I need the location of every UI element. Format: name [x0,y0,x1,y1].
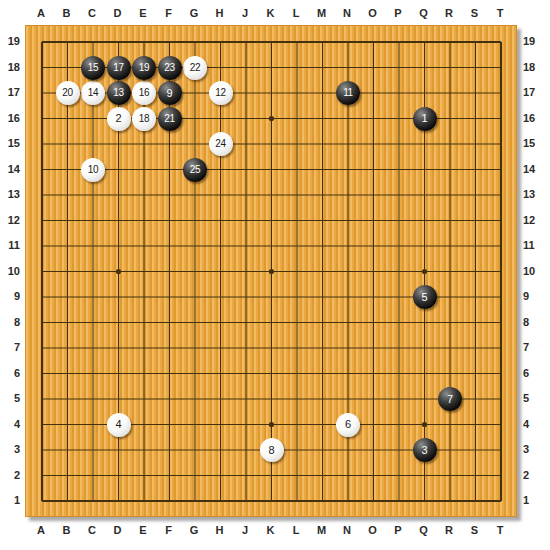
column-label: F [156,522,182,538]
column-label: B [54,522,80,538]
move-number: 1 [421,113,427,124]
move-number: 14 [88,88,98,98]
stone-black-5: 5 [413,285,437,309]
row-label: 16 [0,105,20,131]
row-label: 11 [0,232,20,258]
move-number: 25 [190,165,200,175]
column-label: Q [411,522,437,538]
stone-black-23: 23 [158,56,182,80]
move-number: 19 [139,63,149,73]
move-number: 13 [113,88,123,98]
row-label: 4 [0,411,20,437]
row-label: 14 [523,156,548,182]
stone-white-18: 18 [132,107,156,131]
column-label: R [436,522,462,538]
row-label: 3 [523,436,548,462]
column-label: K [258,522,284,538]
column-label: S [462,522,488,538]
stone-black-9: 9 [158,81,182,105]
column-label: G [181,522,207,538]
column-label: L [283,522,309,538]
move-number: 2 [115,113,121,124]
move-number: 20 [62,88,72,98]
move-number: 10 [88,165,98,175]
row-labels-right: 19181716151413121110987654321 [523,28,548,513]
column-label: A [28,522,54,538]
row-label: 6 [523,360,548,386]
column-label: S [462,5,488,21]
row-label: 12 [0,207,20,233]
move-number: 17 [113,63,123,73]
stone-black-21: 21 [158,107,182,131]
stone-black-1: 1 [413,107,437,131]
column-label: D [105,522,131,538]
row-label: 9 [523,283,548,309]
move-number: 11 [343,88,353,98]
row-label: 10 [523,258,548,284]
move-number: 7 [447,394,453,405]
stone-white-2: 2 [107,107,131,131]
row-label: 13 [0,181,20,207]
row-label: 7 [523,334,548,360]
stone-white-12: 12 [209,81,233,105]
column-label: J [232,5,258,21]
column-label: M [309,5,335,21]
move-number: 3 [421,445,427,456]
stone-white-14: 14 [81,81,105,105]
column-label: C [79,5,105,21]
move-number: 21 [164,114,174,124]
move-number: 12 [215,88,225,98]
stone-black-19: 19 [132,56,156,80]
row-label: 17 [523,79,548,105]
row-label: 15 [523,130,548,156]
column-label: L [283,5,309,21]
column-label: M [309,522,335,538]
move-number: 16 [139,88,149,98]
column-label: E [130,5,156,21]
move-number: 8 [268,445,274,456]
row-label: 9 [0,283,20,309]
column-label: G [181,5,207,21]
stone-black-13: 13 [107,81,131,105]
row-label: 5 [0,385,20,411]
row-label: 8 [523,309,548,335]
row-label: 1 [0,487,20,513]
stone-white-4: 4 [107,413,131,437]
column-label: D [105,5,131,21]
move-number: 23 [164,63,174,73]
move-number: 4 [115,419,121,430]
row-label: 18 [0,54,20,80]
row-label: 18 [523,54,548,80]
stone-white-16: 16 [132,81,156,105]
column-label: R [436,5,462,21]
column-label: C [79,522,105,538]
stone-white-10: 10 [81,158,105,182]
stone-black-7: 7 [438,387,462,411]
column-label: O [360,5,386,21]
column-label: N [334,522,360,538]
move-number: 18 [139,114,149,124]
row-label: 14 [0,156,20,182]
column-label: O [360,522,386,538]
column-labels-bottom: ABCDEFGHJKLMNOPQRST [28,522,513,538]
go-board-diagram: ABCDEFGHJKLMNOPQRST ABCDEFGHJKLMNOPQRST … [0,0,550,550]
move-number: 9 [166,88,172,99]
row-label: 4 [523,411,548,437]
row-label: 16 [523,105,548,131]
column-label: T [487,522,513,538]
row-label: 12 [523,207,548,233]
stone-white-22: 22 [183,56,207,80]
row-label: 2 [523,462,548,488]
go-board[interactable]: 1234567891011121314151617181920212223242… [25,25,517,517]
column-label: H [207,522,233,538]
row-label: 7 [0,334,20,360]
row-label: 13 [523,181,548,207]
row-label: 6 [0,360,20,386]
stone-black-11: 11 [336,81,360,105]
column-label: F [156,5,182,21]
row-label: 5 [523,385,548,411]
column-labels-top: ABCDEFGHJKLMNOPQRST [28,5,513,21]
stone-white-6: 6 [336,413,360,437]
column-label: B [54,5,80,21]
column-label: N [334,5,360,21]
column-label: K [258,5,284,21]
row-labels-left: 19181716151413121110987654321 [0,28,20,513]
column-label: A [28,5,54,21]
row-label: 11 [523,232,548,258]
stone-white-8: 8 [260,438,284,462]
row-label: 2 [0,462,20,488]
column-label: J [232,522,258,538]
column-label: Q [411,5,437,21]
move-number: 22 [190,63,200,73]
stone-black-15: 15 [81,56,105,80]
stone-grid[interactable]: 1234567891011121314151617181920212223242… [29,29,514,514]
row-label: 8 [0,309,20,335]
column-label: H [207,5,233,21]
move-number: 24 [215,139,225,149]
column-label: P [385,5,411,21]
row-label: 3 [0,436,20,462]
row-label: 19 [523,28,548,54]
row-label: 1 [523,487,548,513]
move-number: 6 [345,419,351,430]
move-number: 15 [88,63,98,73]
stone-black-3: 3 [413,438,437,462]
move-number: 5 [421,292,427,303]
stone-black-25: 25 [183,158,207,182]
row-label: 10 [0,258,20,284]
column-label: E [130,522,156,538]
column-label: T [487,5,513,21]
stone-white-20: 20 [56,81,80,105]
row-label: 19 [0,28,20,54]
stone-black-17: 17 [107,56,131,80]
column-label: P [385,522,411,538]
stone-white-24: 24 [209,132,233,156]
row-label: 17 [0,79,20,105]
row-label: 15 [0,130,20,156]
